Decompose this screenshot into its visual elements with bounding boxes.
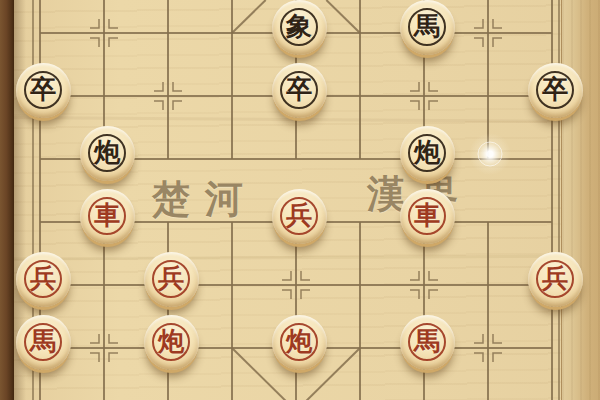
table-edge-left — [0, 0, 14, 400]
xiangqi-board[interactable]: 楚河 漢界 象馬卒卒卒炮炮車兵車兵兵兵馬炮炮馬 — [0, 0, 600, 400]
piece-red-horse[interactable]: 馬 — [16, 315, 71, 370]
piece-red-soldier[interactable]: 兵 — [528, 252, 583, 307]
piece-red-horse[interactable]: 馬 — [400, 315, 455, 370]
piece-glyph: 炮 — [80, 125, 135, 180]
piece-glyph: 兵 — [144, 251, 199, 306]
piece-red-cannon[interactable]: 炮 — [272, 315, 327, 370]
piece-glyph: 卒 — [16, 62, 71, 117]
piece-black-elephant[interactable]: 象 — [272, 0, 327, 55]
river-text-left: 楚河 — [152, 174, 258, 225]
piece-glyph: 兵 — [16, 251, 71, 306]
piece-glyph: 兵 — [528, 251, 583, 306]
piece-glyph: 馬 — [16, 314, 71, 369]
piece-black-soldier[interactable]: 卒 — [528, 63, 583, 118]
piece-black-soldier[interactable]: 卒 — [272, 63, 327, 118]
piece-glyph: 炮 — [272, 314, 327, 369]
piece-black-cannon[interactable]: 炮 — [400, 126, 455, 181]
piece-red-soldier[interactable]: 兵 — [272, 189, 327, 244]
piece-red-chariot[interactable]: 車 — [80, 189, 135, 244]
piece-glyph: 卒 — [528, 62, 583, 117]
piece-glyph: 馬 — [400, 0, 455, 54]
piece-black-horse[interactable]: 馬 — [400, 0, 455, 55]
piece-glyph: 馬 — [400, 314, 455, 369]
piece-glyph: 車 — [80, 188, 135, 243]
piece-black-soldier[interactable]: 卒 — [16, 63, 71, 118]
move-highlight-glow — [467, 131, 513, 177]
piece-glyph: 卒 — [272, 62, 327, 117]
piece-glyph: 炮 — [400, 125, 455, 180]
piece-red-cannon[interactable]: 炮 — [144, 315, 199, 370]
piece-red-soldier[interactable]: 兵 — [144, 252, 199, 307]
piece-glyph: 車 — [400, 188, 455, 243]
piece-black-cannon[interactable]: 炮 — [80, 126, 135, 181]
piece-glyph: 象 — [272, 0, 327, 54]
piece-red-soldier[interactable]: 兵 — [16, 252, 71, 307]
piece-glyph: 兵 — [272, 188, 327, 243]
piece-glyph: 炮 — [144, 314, 199, 369]
piece-red-chariot[interactable]: 車 — [400, 189, 455, 244]
highlight-ring-icon — [478, 142, 503, 167]
